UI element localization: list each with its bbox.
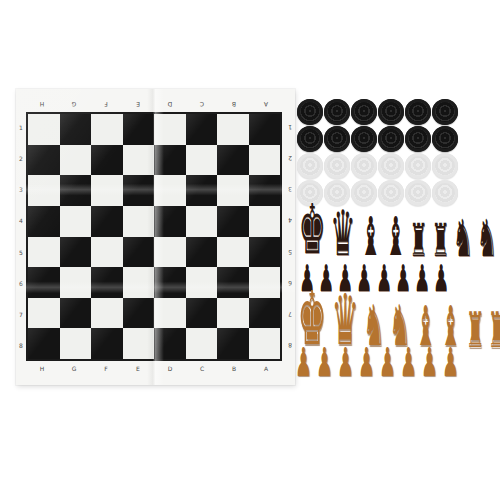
file-label-bottom-f: F bbox=[90, 364, 122, 374]
file-label-bottom-e: E bbox=[122, 364, 154, 374]
tan-pawn-8: ♟ bbox=[442, 344, 459, 384]
black-checker bbox=[324, 99, 350, 125]
square-c1 bbox=[186, 114, 218, 145]
square-b7 bbox=[217, 298, 249, 329]
dark-king: ♚ bbox=[298, 196, 325, 264]
square-g5 bbox=[60, 237, 92, 268]
product-photo-chess-checkers-set: HGFEDCBA HGFEDCBA 12345678 12345678 ♚♛♝♝… bbox=[0, 0, 500, 500]
square-h8 bbox=[28, 328, 60, 359]
square-c8 bbox=[186, 328, 218, 359]
square-f2 bbox=[91, 145, 123, 176]
rank-label-left-3: 3 bbox=[17, 174, 25, 205]
tan-pawns-row: ♟♟♟♟♟♟♟♟ bbox=[294, 346, 460, 382]
square-h6 bbox=[28, 267, 60, 298]
square-d2 bbox=[154, 145, 186, 176]
square-e6 bbox=[123, 267, 155, 298]
file-label-bottom-a: A bbox=[250, 364, 282, 374]
square-c2 bbox=[186, 145, 218, 176]
square-b8 bbox=[217, 328, 249, 359]
square-d4 bbox=[154, 206, 186, 237]
square-b1 bbox=[217, 114, 249, 145]
black-checker bbox=[297, 126, 323, 152]
square-g3 bbox=[60, 175, 92, 206]
square-d1 bbox=[154, 114, 186, 145]
black-checker bbox=[297, 99, 323, 125]
tan-pawn-7: ♟ bbox=[421, 344, 438, 384]
dark-knight: ♞ bbox=[453, 213, 474, 264]
dark-knight: ♞ bbox=[477, 213, 498, 264]
square-h3 bbox=[28, 175, 60, 206]
rank-label-left-4: 4 bbox=[17, 205, 25, 236]
square-h1 bbox=[28, 114, 60, 145]
tan-pawn-2: ♟ bbox=[316, 344, 333, 384]
square-g8 bbox=[60, 328, 92, 359]
square-c4 bbox=[186, 206, 218, 237]
white-checker bbox=[324, 153, 350, 179]
square-d6 bbox=[154, 267, 186, 298]
square-f8 bbox=[91, 328, 123, 359]
black-checker bbox=[432, 99, 458, 125]
square-c7 bbox=[186, 298, 218, 329]
square-c3 bbox=[186, 175, 218, 206]
square-a4 bbox=[249, 206, 281, 237]
square-d8 bbox=[154, 328, 186, 359]
square-g2 bbox=[60, 145, 92, 176]
square-g6 bbox=[60, 267, 92, 298]
black-checker bbox=[351, 126, 377, 152]
file-label-top-c: C bbox=[186, 99, 218, 109]
white-checkers-row-1 bbox=[297, 153, 458, 179]
file-labels-bottom: HGFEDCBA bbox=[26, 364, 282, 374]
file-label-top-b: B bbox=[218, 99, 250, 109]
rank-label-right-5: 5 bbox=[286, 237, 294, 268]
black-checker bbox=[432, 126, 458, 152]
square-d3 bbox=[154, 175, 186, 206]
square-b6 bbox=[217, 267, 249, 298]
square-b5 bbox=[217, 237, 249, 268]
square-f1 bbox=[91, 114, 123, 145]
square-a5 bbox=[249, 237, 281, 268]
white-checker bbox=[351, 153, 377, 179]
square-e2 bbox=[123, 145, 155, 176]
square-g7 bbox=[60, 298, 92, 329]
tan-pawn-6: ♟ bbox=[400, 344, 417, 384]
chess-board-grid bbox=[26, 112, 282, 361]
square-f7 bbox=[91, 298, 123, 329]
file-label-bottom-c: C bbox=[186, 364, 218, 374]
square-g4 bbox=[60, 206, 92, 237]
black-checker bbox=[324, 126, 350, 152]
square-e3 bbox=[123, 175, 155, 206]
rank-label-right-7: 7 bbox=[286, 299, 294, 330]
tan-pawn-1: ♟ bbox=[295, 344, 312, 384]
black-checker bbox=[405, 126, 431, 152]
rank-labels-right: 12345678 bbox=[286, 112, 294, 361]
file-label-top-a: A bbox=[250, 99, 282, 109]
square-e4 bbox=[123, 206, 155, 237]
square-f4 bbox=[91, 206, 123, 237]
square-f3 bbox=[91, 175, 123, 206]
square-a2 bbox=[249, 145, 281, 176]
tan-pawn-3: ♟ bbox=[337, 344, 354, 384]
square-e1 bbox=[123, 114, 155, 145]
rank-labels-left: 12345678 bbox=[17, 112, 25, 361]
square-e8 bbox=[123, 328, 155, 359]
tan-rook: ♜ bbox=[465, 306, 484, 355]
file-label-top-d: D bbox=[154, 99, 186, 109]
rank-label-right-1: 1 bbox=[286, 112, 294, 143]
black-checker bbox=[378, 99, 404, 125]
file-label-top-f: F bbox=[90, 99, 122, 109]
square-f5 bbox=[91, 237, 123, 268]
rank-label-right-2: 2 bbox=[286, 143, 294, 174]
file-label-top-h: H bbox=[26, 99, 58, 109]
square-a1 bbox=[249, 114, 281, 145]
square-a3 bbox=[249, 175, 281, 206]
rank-label-right-4: 4 bbox=[286, 205, 294, 236]
square-h7 bbox=[28, 298, 60, 329]
rank-label-right-6: 6 bbox=[286, 268, 294, 299]
chess-mat-sheet: HGFEDCBA HGFEDCBA 12345678 12345678 bbox=[16, 89, 295, 385]
white-checker bbox=[297, 153, 323, 179]
square-a6 bbox=[249, 267, 281, 298]
file-label-bottom-g: G bbox=[58, 364, 90, 374]
dark-major-pieces-row: ♚♛♝♝♜♜♞♞ bbox=[296, 203, 483, 262]
rank-label-left-8: 8 bbox=[17, 330, 25, 361]
black-checkers-row-2 bbox=[297, 126, 458, 152]
white-checker bbox=[432, 153, 458, 179]
tan-pawn-4: ♟ bbox=[358, 344, 375, 384]
square-h4 bbox=[28, 206, 60, 237]
square-b3 bbox=[217, 175, 249, 206]
rank-label-left-6: 6 bbox=[17, 268, 25, 299]
rank-label-left-5: 5 bbox=[17, 237, 25, 268]
black-checker bbox=[405, 99, 431, 125]
square-b4 bbox=[217, 206, 249, 237]
rank-label-right-3: 3 bbox=[286, 174, 294, 205]
square-f6 bbox=[91, 267, 123, 298]
square-d5 bbox=[154, 237, 186, 268]
square-h5 bbox=[28, 237, 60, 268]
rank-label-left-1: 1 bbox=[17, 112, 25, 143]
rank-label-left-2: 2 bbox=[17, 143, 25, 174]
square-c5 bbox=[186, 237, 218, 268]
square-e7 bbox=[123, 298, 155, 329]
rank-label-right-8: 8 bbox=[286, 330, 294, 361]
tan-pawn-5: ♟ bbox=[379, 344, 396, 384]
file-label-top-e: E bbox=[122, 99, 154, 109]
square-a8 bbox=[249, 328, 281, 359]
tan-rook: ♜ bbox=[488, 306, 500, 355]
file-label-bottom-d: D bbox=[154, 364, 186, 374]
file-label-top-g: G bbox=[58, 99, 90, 109]
file-label-bottom-b: B bbox=[218, 364, 250, 374]
square-c6 bbox=[186, 267, 218, 298]
square-a7 bbox=[249, 298, 281, 329]
square-d7 bbox=[154, 298, 186, 329]
black-checkers-row-1 bbox=[297, 99, 458, 125]
square-g1 bbox=[60, 114, 92, 145]
square-h2 bbox=[28, 145, 60, 176]
black-checker bbox=[351, 99, 377, 125]
white-checker bbox=[378, 153, 404, 179]
file-labels-top: HGFEDCBA bbox=[26, 99, 282, 109]
square-b2 bbox=[217, 145, 249, 176]
file-label-bottom-h: H bbox=[26, 364, 58, 374]
black-checker bbox=[378, 126, 404, 152]
rank-label-left-7: 7 bbox=[17, 299, 25, 330]
square-e5 bbox=[123, 237, 155, 268]
white-checker bbox=[405, 153, 431, 179]
